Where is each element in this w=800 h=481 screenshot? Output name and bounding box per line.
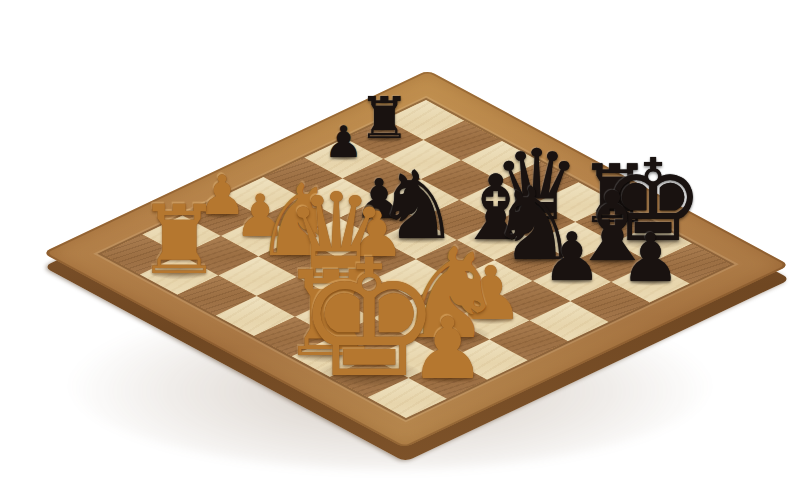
- chess-photo-canvas: ♚♛♜♜♞♞♟♟♟♟♟♚♛♜♜♞♞♝♝♟♟♟♟: [0, 0, 800, 481]
- piece-black-pawn-h7[interactable]: ♟: [620, 225, 680, 292]
- piece-black-rook-a7[interactable]: ♜: [358, 90, 410, 148]
- piece-black-pawn-a6[interactable]: ♟: [324, 121, 363, 164]
- piece-white-pawn-h2[interactable]: ♟: [410, 306, 486, 391]
- piece-black-pawn-g6[interactable]: ♟: [542, 224, 602, 291]
- piece-white-rook-b1[interactable]: ♜: [136, 193, 221, 288]
